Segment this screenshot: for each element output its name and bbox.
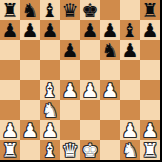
square-f3[interactable] [100,100,120,120]
square-f1[interactable] [100,140,120,160]
square-c5[interactable] [40,60,60,80]
white-pawn[interactable]: ♟ [141,120,158,140]
square-e3[interactable] [80,100,100,120]
square-e8[interactable]: ♚ [80,0,100,20]
square-a1[interactable]: ♜ [0,140,20,160]
white-rook[interactable]: ♜ [141,140,158,160]
black-pawn[interactable]: ♟ [141,20,158,40]
square-e5[interactable] [80,60,100,80]
square-h6[interactable] [140,40,160,60]
square-g7[interactable]: ♝ [120,20,140,40]
square-a8[interactable]: ♜ [0,0,20,20]
black-pawn[interactable]: ♟ [121,40,138,60]
white-knight[interactable]: ♞ [41,100,58,120]
square-e2[interactable] [80,120,100,140]
square-c6[interactable] [40,40,60,60]
square-d5[interactable] [60,60,80,80]
white-pawn[interactable]: ♟ [21,120,38,140]
square-a5[interactable] [0,60,20,80]
square-b5[interactable] [20,60,40,80]
square-g1[interactable]: ♞ [120,140,140,160]
square-f2[interactable] [100,120,120,140]
black-rook[interactable]: ♜ [1,0,18,20]
white-pawn[interactable]: ♟ [1,120,18,140]
square-b6[interactable] [20,40,40,60]
black-queen[interactable]: ♛ [61,0,78,20]
square-a6[interactable] [0,40,20,60]
square-f8[interactable] [100,0,120,20]
square-b3[interactable] [20,100,40,120]
chess-board: ♜♞♝♛♚♜♟♟♟♟♟♝♟♟♞♟♝♟♟♟♞♟♟♟♟♟♜♝♛♚♞♜ [0,0,162,162]
square-e6[interactable] [80,40,100,60]
black-rook[interactable]: ♜ [141,0,158,20]
square-g5[interactable] [120,60,140,80]
square-b2[interactable]: ♟ [20,120,40,140]
square-c8[interactable]: ♝ [40,0,60,20]
square-g2[interactable]: ♟ [120,120,140,140]
square-d6[interactable]: ♟ [60,40,80,60]
black-pawn[interactable]: ♟ [21,20,38,40]
square-b4[interactable] [20,80,40,100]
white-pawn[interactable]: ♟ [81,80,98,100]
square-h5[interactable] [140,60,160,80]
square-d3[interactable] [60,100,80,120]
black-knight[interactable]: ♞ [101,40,118,60]
white-bishop[interactable]: ♝ [41,140,58,160]
black-king[interactable]: ♚ [81,0,98,20]
square-h8[interactable]: ♜ [140,0,160,20]
square-c4[interactable]: ♝ [40,80,60,100]
square-b1[interactable] [20,140,40,160]
square-g6[interactable]: ♟ [120,40,140,60]
square-h7[interactable]: ♟ [140,20,160,40]
square-d7[interactable] [60,20,80,40]
black-bishop[interactable]: ♝ [121,20,138,40]
black-bishop[interactable]: ♝ [41,0,58,20]
square-a4[interactable] [0,80,20,100]
square-f5[interactable] [100,60,120,80]
white-queen[interactable]: ♛ [61,140,78,160]
white-king[interactable]: ♚ [81,140,98,160]
white-pawn[interactable]: ♟ [61,80,78,100]
square-b7[interactable]: ♟ [20,20,40,40]
square-h4[interactable] [140,80,160,100]
square-c1[interactable]: ♝ [40,140,60,160]
square-h3[interactable] [140,100,160,120]
black-pawn[interactable]: ♟ [1,20,18,40]
square-e7[interactable]: ♟ [80,20,100,40]
square-h2[interactable]: ♟ [140,120,160,140]
square-e1[interactable]: ♚ [80,140,100,160]
white-pawn[interactable]: ♟ [121,120,138,140]
square-f7[interactable]: ♟ [100,20,120,40]
white-rook[interactable]: ♜ [1,140,18,160]
square-d4[interactable]: ♟ [60,80,80,100]
black-pawn[interactable]: ♟ [41,20,58,40]
black-knight[interactable]: ♞ [21,0,38,20]
white-pawn[interactable]: ♟ [101,80,118,100]
square-g4[interactable] [120,80,140,100]
square-b8[interactable]: ♞ [20,0,40,20]
square-h1[interactable]: ♜ [140,140,160,160]
square-f4[interactable]: ♟ [100,80,120,100]
square-g3[interactable] [120,100,140,120]
black-pawn[interactable]: ♟ [61,40,78,60]
square-c7[interactable]: ♟ [40,20,60,40]
square-c2[interactable]: ♟ [40,120,60,140]
black-pawn[interactable]: ♟ [81,20,98,40]
square-g8[interactable] [120,0,140,20]
square-e4[interactable]: ♟ [80,80,100,100]
square-a7[interactable]: ♟ [0,20,20,40]
square-d8[interactable]: ♛ [60,0,80,20]
square-f6[interactable]: ♞ [100,40,120,60]
white-bishop[interactable]: ♝ [41,80,58,100]
square-d2[interactable] [60,120,80,140]
white-pawn[interactable]: ♟ [41,120,58,140]
square-d1[interactable]: ♛ [60,140,80,160]
square-a3[interactable] [0,100,20,120]
white-knight[interactable]: ♞ [121,140,138,160]
square-a2[interactable]: ♟ [0,120,20,140]
black-pawn[interactable]: ♟ [101,20,118,40]
square-c3[interactable]: ♞ [40,100,60,120]
